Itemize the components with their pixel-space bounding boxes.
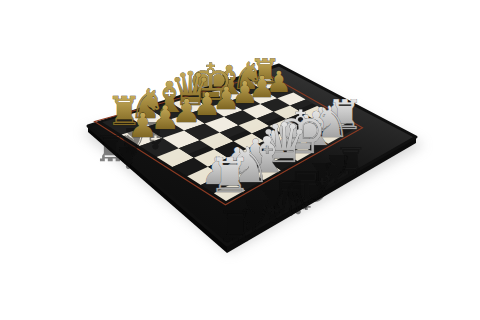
piece-black-pawn-a7: ♟ bbox=[128, 106, 158, 145]
chess-set-photo: ♝♞♜♜♟♞♝♚♛♝♞♜ ♜♞♟♝♟♚♟♛♟♝♟♞♟♟♜♟♜♟♟♞♟♝♟♚♟♛♟… bbox=[0, 0, 480, 320]
reflection-of-a1: ♜ bbox=[217, 200, 256, 250]
reflection-of-a7: ♟ bbox=[115, 140, 142, 175]
piece-white-rook-a1: ♜ bbox=[208, 148, 251, 203]
photo-stage: ♝♞♜♜♟♞♝♚♛♝♞♜ ♜♞♟♝♟♚♟♛♟♝♟♞♟♟♜♟♜♟♟♞♟♝♟♚♟♛♟… bbox=[0, 0, 480, 320]
